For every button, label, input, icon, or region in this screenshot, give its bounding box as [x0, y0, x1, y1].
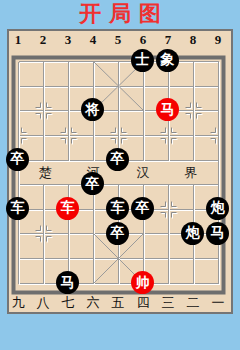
file-label: 四 [131, 296, 155, 310]
file-label: 九 [6, 296, 30, 310]
piece-black-pawn[interactable]: 卒 [131, 197, 154, 220]
piece-black-chariot[interactable]: 车 [6, 197, 29, 220]
file-label: 4 [81, 33, 105, 47]
piece-black-pawn[interactable]: 卒 [81, 172, 104, 195]
piece-black-pawn[interactable]: 卒 [6, 148, 29, 171]
file-label: 8 [181, 33, 205, 47]
file-label: 三 [156, 296, 180, 310]
file-label: 2 [31, 33, 55, 47]
piece-black-chariot[interactable]: 车 [106, 197, 129, 220]
piece-red-chariot[interactable]: 车 [56, 197, 79, 220]
file-label: 7 [156, 33, 180, 47]
file-label: 八 [31, 296, 55, 310]
piece-black-elephant[interactable]: 象 [156, 49, 179, 72]
file-label: 5 [106, 33, 130, 47]
piece-black-horse[interactable]: 马 [206, 222, 229, 245]
piece-black-general[interactable]: 将 [81, 98, 104, 121]
page-title: 开局图 [0, 0, 240, 28]
piece-black-pawn[interactable]: 卒 [106, 148, 129, 171]
piece-red-general[interactable]: 帅 [131, 271, 154, 294]
piece-black-pawn[interactable]: 卒 [106, 222, 129, 245]
xiangqi-diagram: 开局图 123456789 九八七六五四三二一 楚河汉界 士象将马卒卒卒车车车卒… [0, 0, 240, 350]
file-label: 五 [106, 296, 130, 310]
file-label: 二 [181, 296, 205, 310]
file-label: 3 [56, 33, 80, 47]
file-label: 1 [6, 33, 30, 47]
piece-black-advisor[interactable]: 士 [131, 49, 154, 72]
file-label: 9 [206, 33, 230, 47]
file-label: 六 [81, 296, 105, 310]
piece-black-cannon[interactable]: 炮 [206, 197, 229, 220]
file-label: 6 [131, 33, 155, 47]
file-label: 一 [206, 296, 230, 310]
piece-black-horse[interactable]: 马 [56, 271, 79, 294]
xiangqi-board[interactable]: 士象将马卒卒卒车车车卒炮卒炮马马帅 [5, 48, 230, 295]
piece-red-horse[interactable]: 马 [156, 98, 179, 121]
file-label: 七 [56, 296, 80, 310]
piece-black-cannon[interactable]: 炮 [181, 222, 204, 245]
